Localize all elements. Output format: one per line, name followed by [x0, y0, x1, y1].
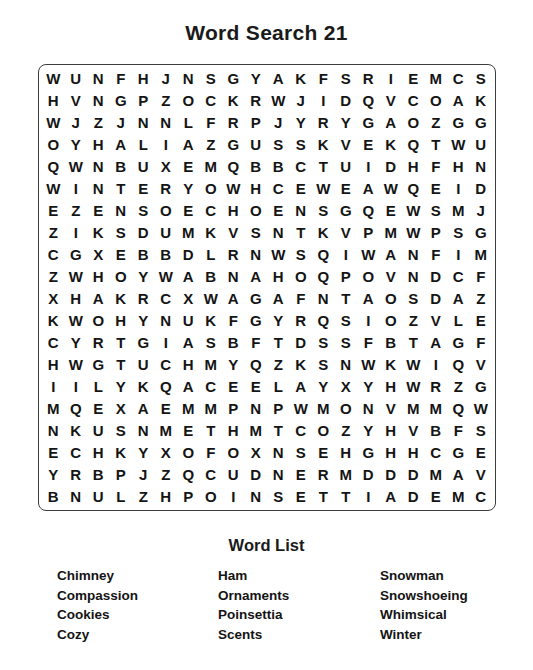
grid-cell[interactable]: T	[267, 420, 290, 442]
grid-cell[interactable]: C	[290, 155, 313, 177]
grid-cell[interactable]: L	[267, 376, 290, 398]
grid-cell[interactable]: X	[177, 287, 200, 309]
grid-cell[interactable]: M	[335, 464, 358, 486]
grid-cell[interactable]: B	[110, 155, 133, 177]
grid-cell[interactable]: N	[267, 221, 290, 243]
grid-cell[interactable]: Y	[357, 420, 380, 442]
grid-cell[interactable]: W	[402, 199, 425, 221]
grid-cell[interactable]: N	[87, 89, 110, 111]
grid-cell[interactable]: G	[447, 111, 470, 133]
grid-cell[interactable]: W	[290, 398, 313, 420]
grid-cell[interactable]: T	[290, 221, 313, 243]
grid-cell[interactable]: H	[110, 310, 133, 332]
grid-cell[interactable]: T	[425, 133, 448, 155]
grid-cell[interactable]: K	[380, 354, 403, 376]
grid-cell[interactable]: Z	[42, 265, 65, 287]
grid-cell[interactable]: N	[155, 111, 178, 133]
grid-cell[interactable]: E	[42, 199, 65, 221]
grid-cell[interactable]: O	[380, 310, 403, 332]
grid-cell[interactable]: D	[335, 89, 358, 111]
grid-cell[interactable]: I	[335, 243, 358, 265]
grid-cell[interactable]: P	[357, 221, 380, 243]
grid-cell[interactable]: M	[312, 398, 335, 420]
grid-cell[interactable]: N	[87, 155, 110, 177]
grid-cell[interactable]: U	[132, 354, 155, 376]
grid-cell[interactable]: C	[200, 376, 223, 398]
grid-cell[interactable]: M	[177, 398, 200, 420]
grid-cell[interactable]: O	[290, 265, 313, 287]
grid-cell[interactable]: D	[402, 464, 425, 486]
grid-cell[interactable]: A	[110, 133, 133, 155]
grid-cell[interactable]: Z	[200, 133, 223, 155]
grid-cell[interactable]: D	[380, 464, 403, 486]
grid-cell[interactable]: V	[402, 420, 425, 442]
grid-cell[interactable]: D	[402, 486, 425, 508]
grid-cell[interactable]: S	[335, 67, 358, 89]
grid-cell[interactable]: S	[290, 243, 313, 265]
grid-cell[interactable]: F	[470, 265, 493, 287]
grid-cell[interactable]: F	[222, 310, 245, 332]
grid-cell[interactable]: D	[132, 221, 155, 243]
grid-cell[interactable]: U	[335, 155, 358, 177]
grid-cell[interactable]: O	[335, 398, 358, 420]
grid-cell[interactable]: N	[132, 111, 155, 133]
grid-cell[interactable]: I	[155, 133, 178, 155]
grid-cell[interactable]: P	[267, 398, 290, 420]
grid-cell[interactable]: Z	[65, 199, 88, 221]
grid-cell[interactable]: C	[447, 67, 470, 89]
grid-cell[interactable]: A	[177, 332, 200, 354]
grid-cell[interactable]: T	[402, 332, 425, 354]
grid-cell[interactable]: E	[335, 177, 358, 199]
grid-cell[interactable]: S	[245, 221, 268, 243]
grid-cell[interactable]: O	[177, 442, 200, 464]
grid-cell[interactable]: M	[425, 398, 448, 420]
grid-cell[interactable]: M	[447, 486, 470, 508]
grid-cell[interactable]: V	[470, 464, 493, 486]
grid-cell[interactable]: Q	[447, 398, 470, 420]
grid-cell[interactable]: W	[357, 354, 380, 376]
grid-cell[interactable]: I	[65, 376, 88, 398]
grid-cell[interactable]: O	[200, 177, 223, 199]
grid-cell[interactable]: M	[200, 398, 223, 420]
grid-cell[interactable]: P	[222, 398, 245, 420]
grid-cell[interactable]: I	[380, 67, 403, 89]
grid-cell[interactable]: Z	[402, 310, 425, 332]
grid-cell[interactable]: X	[155, 442, 178, 464]
grid-cell[interactable]: N	[87, 177, 110, 199]
grid-cell[interactable]: T	[267, 332, 290, 354]
grid-cell[interactable]: I	[222, 486, 245, 508]
grid-cell[interactable]: A	[177, 265, 200, 287]
grid-cell[interactable]: S	[312, 199, 335, 221]
grid-cell[interactable]: E	[470, 442, 493, 464]
grid-cell[interactable]: M	[177, 221, 200, 243]
grid-cell[interactable]: D	[290, 332, 313, 354]
grid-cell[interactable]: V	[222, 221, 245, 243]
grid-cell[interactable]: O	[222, 442, 245, 464]
grid-cell[interactable]: R	[312, 464, 335, 486]
grid-cell[interactable]: A	[290, 376, 313, 398]
grid-cell[interactable]: L	[200, 243, 223, 265]
grid-cell[interactable]: W	[65, 155, 88, 177]
grid-cell[interactable]: M	[425, 464, 448, 486]
grid-cell[interactable]: E	[425, 486, 448, 508]
grid-cell[interactable]: S	[110, 221, 133, 243]
grid-cell[interactable]: S	[335, 310, 358, 332]
grid-cell[interactable]: D	[380, 155, 403, 177]
grid-cell[interactable]: W	[222, 177, 245, 199]
grid-cell[interactable]: Z	[42, 221, 65, 243]
grid-cell[interactable]: H	[380, 420, 403, 442]
grid-cell[interactable]: W	[267, 243, 290, 265]
grid-cell[interactable]: H	[222, 199, 245, 221]
grid-cell[interactable]: V	[380, 265, 403, 287]
grid-cell[interactable]: Q	[312, 243, 335, 265]
grid-cell[interactable]: Q	[402, 177, 425, 199]
grid-cell[interactable]: S	[447, 221, 470, 243]
grid-cell[interactable]: Q	[222, 155, 245, 177]
grid-cell[interactable]: B	[245, 155, 268, 177]
grid-cell[interactable]: H	[42, 354, 65, 376]
grid-cell[interactable]: S	[312, 354, 335, 376]
grid-cell[interactable]: N	[470, 155, 493, 177]
grid-cell[interactable]: I	[357, 155, 380, 177]
grid-cell[interactable]: I	[42, 376, 65, 398]
grid-cell[interactable]: B	[155, 243, 178, 265]
grid-cell[interactable]: N	[87, 67, 110, 89]
grid-cell[interactable]: J	[470, 199, 493, 221]
grid-cell[interactable]: N	[222, 265, 245, 287]
grid-cell[interactable]: Y	[65, 332, 88, 354]
grid-cell[interactable]: Z	[267, 354, 290, 376]
grid-cell[interactable]: B	[222, 332, 245, 354]
grid-cell[interactable]: E	[267, 199, 290, 221]
grid-cell[interactable]: W	[447, 133, 470, 155]
grid-cell[interactable]: N	[267, 464, 290, 486]
grid-cell[interactable]: F	[357, 332, 380, 354]
grid-cell[interactable]: J	[290, 89, 313, 111]
grid-cell[interactable]: X	[110, 398, 133, 420]
grid-cell[interactable]: E	[177, 420, 200, 442]
grid-cell[interactable]: I	[447, 243, 470, 265]
grid-cell[interactable]: U	[177, 310, 200, 332]
grid-cell[interactable]: K	[290, 67, 313, 89]
grid-cell[interactable]: E	[245, 376, 268, 398]
grid-cell[interactable]: S	[132, 199, 155, 221]
grid-cell[interactable]: W	[200, 287, 223, 309]
grid-cell[interactable]: O	[87, 310, 110, 332]
grid-cell[interactable]: A	[380, 111, 403, 133]
grid-cell[interactable]: E	[177, 199, 200, 221]
grid-cell[interactable]: W	[155, 265, 178, 287]
grid-cell[interactable]: S	[470, 420, 493, 442]
grid-cell[interactable]: E	[425, 177, 448, 199]
grid-cell[interactable]: W	[42, 111, 65, 133]
grid-cell[interactable]: U	[470, 133, 493, 155]
grid-cell[interactable]: R	[65, 464, 88, 486]
grid-cell[interactable]: I	[155, 332, 178, 354]
grid-cell[interactable]: S	[470, 67, 493, 89]
grid-cell[interactable]: X	[42, 287, 65, 309]
grid-cell[interactable]: N	[402, 243, 425, 265]
grid-cell[interactable]: F	[110, 67, 133, 89]
grid-cell[interactable]: R	[425, 376, 448, 398]
grid-cell[interactable]: Y	[132, 310, 155, 332]
grid-cell[interactable]: G	[357, 111, 380, 133]
grid-cell[interactable]: N	[132, 420, 155, 442]
grid-cell[interactable]: V	[380, 89, 403, 111]
grid-cell[interactable]: E	[380, 199, 403, 221]
grid-cell[interactable]: X	[335, 376, 358, 398]
grid-cell[interactable]: B	[380, 332, 403, 354]
grid-cell[interactable]: A	[177, 376, 200, 398]
grid-cell[interactable]: E	[87, 199, 110, 221]
grid-cell[interactable]: R	[245, 89, 268, 111]
grid-cell[interactable]: A	[380, 486, 403, 508]
grid-cell[interactable]: U	[65, 67, 88, 89]
grid-cell[interactable]: B	[132, 243, 155, 265]
grid-cell[interactable]: K	[200, 221, 223, 243]
grid-cell[interactable]: D	[177, 243, 200, 265]
grid-cell[interactable]: Q	[42, 155, 65, 177]
grid-cell[interactable]: R	[222, 111, 245, 133]
grid-cell[interactable]: G	[110, 89, 133, 111]
grid-cell[interactable]: A	[267, 287, 290, 309]
grid-cell[interactable]: G	[245, 310, 268, 332]
grid-cell[interactable]: F	[245, 332, 268, 354]
grid-cell[interactable]: S	[290, 133, 313, 155]
grid-cell[interactable]: C	[425, 442, 448, 464]
grid-cell[interactable]: N	[357, 398, 380, 420]
grid-cell[interactable]: A	[267, 67, 290, 89]
grid-cell[interactable]: H	[380, 376, 403, 398]
grid-cell[interactable]: O	[245, 199, 268, 221]
grid-cell[interactable]: X	[87, 243, 110, 265]
grid-cell[interactable]: L	[110, 486, 133, 508]
grid-cell[interactable]: G	[470, 111, 493, 133]
grid-cell[interactable]: K	[312, 221, 335, 243]
grid-cell[interactable]: R	[357, 67, 380, 89]
grid-cell[interactable]: H	[245, 177, 268, 199]
grid-cell[interactable]: A	[425, 332, 448, 354]
grid-cell[interactable]: J	[132, 464, 155, 486]
grid-cell[interactable]: E	[312, 442, 335, 464]
grid-cell[interactable]: J	[155, 67, 178, 89]
grid-cell[interactable]: A	[447, 464, 470, 486]
grid-cell[interactable]: O	[380, 287, 403, 309]
grid-cell[interactable]: K	[110, 442, 133, 464]
grid-cell[interactable]: K	[200, 310, 223, 332]
grid-cell[interactable]: N	[65, 486, 88, 508]
grid-cell[interactable]: A	[87, 287, 110, 309]
grid-cell[interactable]: G	[447, 332, 470, 354]
grid-cell[interactable]: M	[470, 243, 493, 265]
grid-cell[interactable]: M	[425, 67, 448, 89]
grid-cell[interactable]: N	[290, 199, 313, 221]
grid-cell[interactable]: N	[312, 287, 335, 309]
grid-cell[interactable]: I	[312, 89, 335, 111]
grid-cell[interactable]: U	[222, 464, 245, 486]
grid-cell[interactable]: P	[177, 486, 200, 508]
grid-cell[interactable]: S	[425, 199, 448, 221]
grid-cell[interactable]: S	[312, 332, 335, 354]
grid-cell[interactable]: S	[110, 420, 133, 442]
grid-cell[interactable]: B	[267, 155, 290, 177]
grid-cell[interactable]: U	[245, 133, 268, 155]
grid-cell[interactable]: Q	[155, 376, 178, 398]
grid-cell[interactable]: C	[402, 89, 425, 111]
grid-cell[interactable]: S	[335, 332, 358, 354]
grid-cell[interactable]: C	[200, 199, 223, 221]
grid-cell[interactable]: O	[42, 133, 65, 155]
grid-cell[interactable]: B	[425, 420, 448, 442]
grid-cell[interactable]: E	[222, 376, 245, 398]
grid-cell[interactable]: V	[335, 133, 358, 155]
grid-cell[interactable]: W	[267, 89, 290, 111]
grid-cell[interactable]: H	[222, 420, 245, 442]
grid-cell[interactable]: O	[425, 89, 448, 111]
grid-cell[interactable]: K	[132, 376, 155, 398]
grid-cell[interactable]: C	[155, 354, 178, 376]
grid-cell[interactable]: G	[447, 442, 470, 464]
grid-cell[interactable]: G	[132, 332, 155, 354]
grid-cell[interactable]: L	[177, 111, 200, 133]
grid-cell[interactable]: V	[65, 89, 88, 111]
grid-cell[interactable]: T	[200, 420, 223, 442]
grid-cell[interactable]: Q	[357, 199, 380, 221]
grid-cell[interactable]: F	[447, 420, 470, 442]
grid-cell[interactable]: U	[155, 221, 178, 243]
grid-cell[interactable]: E	[132, 177, 155, 199]
grid-cell[interactable]: H	[87, 133, 110, 155]
grid-cell[interactable]: B	[200, 265, 223, 287]
grid-cell[interactable]: A	[132, 398, 155, 420]
grid-cell[interactable]: A	[380, 243, 403, 265]
grid-cell[interactable]: E	[402, 67, 425, 89]
grid-cell[interactable]: F	[200, 442, 223, 464]
grid-cell[interactable]: G	[335, 199, 358, 221]
grid-cell[interactable]: Y	[132, 442, 155, 464]
grid-cell[interactable]: S	[402, 287, 425, 309]
grid-cell[interactable]: F	[200, 111, 223, 133]
grid-cell[interactable]: A	[447, 287, 470, 309]
grid-cell[interactable]: Y	[312, 376, 335, 398]
grid-cell[interactable]: Y	[357, 376, 380, 398]
grid-cell[interactable]: R	[132, 287, 155, 309]
grid-cell[interactable]: W	[65, 265, 88, 287]
grid-cell[interactable]: F	[290, 287, 313, 309]
grid-cell[interactable]: P	[335, 265, 358, 287]
grid-cell[interactable]: C	[42, 243, 65, 265]
grid-cell[interactable]: I	[425, 354, 448, 376]
grid-cell[interactable]: G	[65, 243, 88, 265]
grid-cell[interactable]: Z	[132, 486, 155, 508]
grid-cell[interactable]: K	[312, 133, 335, 155]
grid-cell[interactable]: N	[42, 420, 65, 442]
grid-cell[interactable]: H	[177, 354, 200, 376]
grid-cell[interactable]: N	[335, 354, 358, 376]
grid-cell[interactable]: F	[312, 67, 335, 89]
grid-cell[interactable]: W	[357, 243, 380, 265]
grid-cell[interactable]: O	[402, 111, 425, 133]
grid-cell[interactable]: Q	[312, 265, 335, 287]
grid-cell[interactable]: E	[290, 177, 313, 199]
grid-cell[interactable]: V	[335, 221, 358, 243]
grid-cell[interactable]: T	[110, 177, 133, 199]
grid-cell[interactable]: V	[425, 310, 448, 332]
grid-cell[interactable]: L	[87, 376, 110, 398]
grid-cell[interactable]: E	[177, 155, 200, 177]
grid-cell[interactable]: G	[470, 376, 493, 398]
grid-cell[interactable]: R	[87, 332, 110, 354]
grid-cell[interactable]: N	[177, 67, 200, 89]
grid-cell[interactable]: N	[110, 199, 133, 221]
grid-cell[interactable]: V	[470, 354, 493, 376]
grid-cell[interactable]: J	[267, 111, 290, 133]
grid-cell[interactable]: W	[470, 398, 493, 420]
grid-cell[interactable]: K	[222, 89, 245, 111]
grid-cell[interactable]: T	[110, 332, 133, 354]
grid-cell[interactable]: Y	[267, 310, 290, 332]
grid-cell[interactable]: G	[87, 354, 110, 376]
grid-cell[interactable]: I	[65, 221, 88, 243]
grid-cell[interactable]: A	[357, 177, 380, 199]
grid-cell[interactable]: B	[42, 486, 65, 508]
grid-cell[interactable]: T	[312, 155, 335, 177]
grid-cell[interactable]: K	[110, 287, 133, 309]
grid-cell[interactable]: W	[42, 67, 65, 89]
grid-cell[interactable]: D	[470, 177, 493, 199]
grid-cell[interactable]: P	[110, 464, 133, 486]
grid-cell[interactable]: E	[110, 243, 133, 265]
grid-cell[interactable]: T	[110, 354, 133, 376]
grid-cell[interactable]: E	[42, 442, 65, 464]
grid-cell[interactable]: F	[425, 243, 448, 265]
grid-cell[interactable]: H	[132, 67, 155, 89]
grid-cell[interactable]: K	[380, 133, 403, 155]
grid-cell[interactable]: A	[245, 265, 268, 287]
grid-cell[interactable]: S	[267, 486, 290, 508]
grid-cell[interactable]: X	[245, 442, 268, 464]
grid-cell[interactable]: O	[177, 89, 200, 111]
grid-cell[interactable]: T	[335, 486, 358, 508]
grid-cell[interactable]: C	[267, 177, 290, 199]
grid-cell[interactable]: P	[425, 221, 448, 243]
grid-cell[interactable]: A	[357, 287, 380, 309]
grid-cell[interactable]: I	[447, 177, 470, 199]
grid-cell[interactable]: W	[402, 221, 425, 243]
grid-cell[interactable]: I	[65, 177, 88, 199]
grid-cell[interactable]: W	[402, 376, 425, 398]
grid-cell[interactable]: Z	[155, 89, 178, 111]
grid-cell[interactable]: Y	[110, 376, 133, 398]
grid-cell[interactable]: U	[132, 155, 155, 177]
grid-cell[interactable]: J	[110, 111, 133, 133]
grid-cell[interactable]: A	[177, 133, 200, 155]
grid-cell[interactable]: H	[402, 155, 425, 177]
grid-cell[interactable]: H	[87, 265, 110, 287]
grid-cell[interactable]: W	[402, 354, 425, 376]
grid-cell[interactable]: E	[290, 464, 313, 486]
grid-cell[interactable]: W	[65, 310, 88, 332]
grid-cell[interactable]: R	[222, 243, 245, 265]
grid-cell[interactable]: J	[65, 111, 88, 133]
grid-cell[interactable]: F	[425, 155, 448, 177]
grid-cell[interactable]: P	[132, 89, 155, 111]
grid-cell[interactable]: Z	[87, 111, 110, 133]
grid-cell[interactable]: A	[222, 287, 245, 309]
